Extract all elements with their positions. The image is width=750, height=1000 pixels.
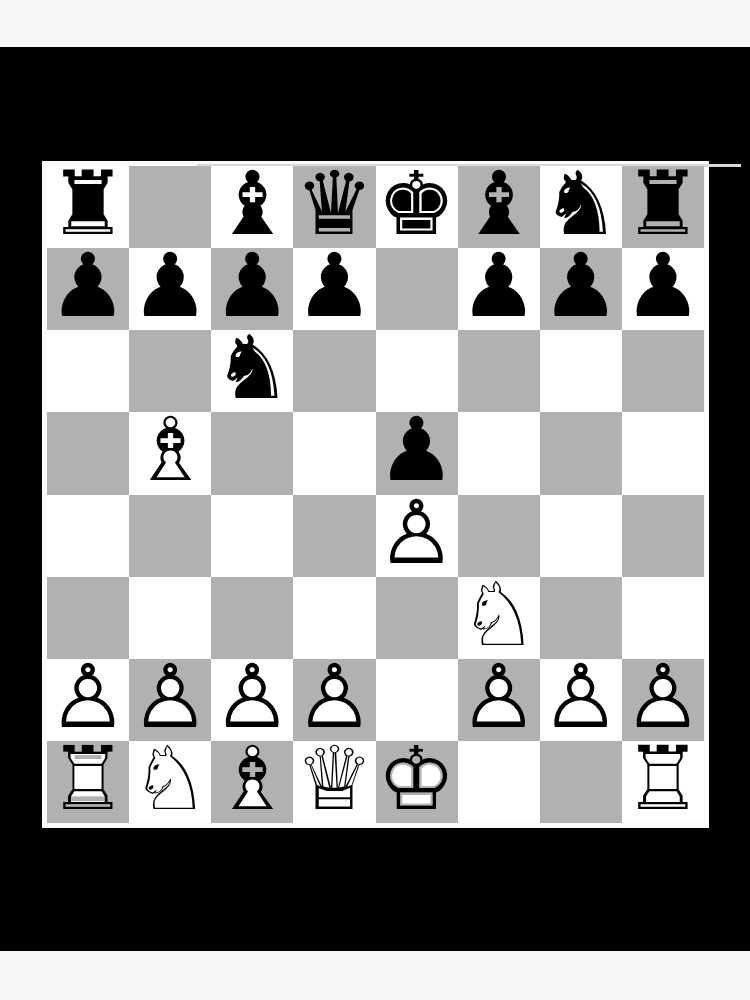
square-d8[interactable]: ♛ <box>293 166 375 248</box>
piece-white-bishop-fill: ♝ <box>211 738 293 820</box>
piece-white-bishop: ♗ <box>129 409 211 491</box>
piece-black-rook: ♜ <box>47 163 129 245</box>
square-c8[interactable]: ♝ <box>211 166 293 248</box>
square-h6[interactable] <box>622 330 704 412</box>
square-f6[interactable] <box>458 330 540 412</box>
square-d3[interactable] <box>293 577 375 659</box>
square-c4[interactable] <box>211 495 293 577</box>
piece-white-queen: ♕ <box>293 738 375 820</box>
square-h8[interactable]: ♜ <box>622 166 704 248</box>
square-h3[interactable] <box>622 577 704 659</box>
piece-white-rook-fill: ♜ <box>622 738 704 820</box>
piece-white-pawn-fill: ♟ <box>293 656 375 738</box>
piece-black-bishop: ♝ <box>211 163 293 245</box>
square-g4[interactable] <box>540 495 622 577</box>
piece-white-pawn: ♙ <box>47 656 129 738</box>
piece-black-pawn: ♟ <box>376 409 458 491</box>
square-e3[interactable] <box>376 577 458 659</box>
square-a7[interactable]: ♟ <box>47 248 129 330</box>
piece-black-pawn: ♟ <box>540 245 622 327</box>
chess-board: ♜♝♛♚♝♞♜♟♟♟♟♟♟♟♞♝♗♟♟♙♞♘♟♙♟♙♟♙♟♙♟♙♟♙♟♙♜♖♞♘… <box>47 166 704 823</box>
piece-white-pawn-fill: ♟ <box>129 656 211 738</box>
square-f2[interactable]: ♟♙ <box>458 659 540 741</box>
piece-white-pawn: ♙ <box>458 656 540 738</box>
piece-black-king: ♚ <box>376 163 458 245</box>
square-b2[interactable]: ♟♙ <box>129 659 211 741</box>
square-h2[interactable]: ♟♙ <box>622 659 704 741</box>
square-d5[interactable] <box>293 412 375 494</box>
piece-white-king: ♔ <box>376 738 458 820</box>
piece-white-pawn: ♙ <box>293 656 375 738</box>
square-a2[interactable]: ♟♙ <box>47 659 129 741</box>
square-a6[interactable] <box>47 330 129 412</box>
piece-white-knight-fill: ♞ <box>129 738 211 820</box>
square-b4[interactable] <box>129 495 211 577</box>
piece-white-bishop-fill: ♝ <box>129 409 211 491</box>
piece-black-pawn: ♟ <box>622 245 704 327</box>
square-e2[interactable] <box>376 659 458 741</box>
square-c6[interactable]: ♞ <box>211 330 293 412</box>
page-top-margin <box>0 0 750 47</box>
piece-black-queen: ♛ <box>293 163 375 245</box>
piece-white-pawn-fill: ♟ <box>211 656 293 738</box>
square-d6[interactable] <box>293 330 375 412</box>
square-f3[interactable]: ♞♘ <box>458 577 540 659</box>
square-h5[interactable] <box>622 412 704 494</box>
square-f8[interactable]: ♝ <box>458 166 540 248</box>
piece-white-pawn: ♙ <box>129 656 211 738</box>
square-c1[interactable]: ♝♗ <box>211 741 293 823</box>
square-g1[interactable] <box>540 741 622 823</box>
square-e4[interactable]: ♟♙ <box>376 495 458 577</box>
poster-canvas: ♜♝♛♚♝♞♜♟♟♟♟♟♟♟♞♝♗♟♟♙♞♘♟♙♟♙♟♙♟♙♟♙♟♙♟♙♜♖♞♘… <box>0 0 750 1000</box>
piece-black-pawn: ♟ <box>458 245 540 327</box>
square-c7[interactable]: ♟ <box>211 248 293 330</box>
square-c2[interactable]: ♟♙ <box>211 659 293 741</box>
square-c3[interactable] <box>211 577 293 659</box>
square-g2[interactable]: ♟♙ <box>540 659 622 741</box>
square-g6[interactable] <box>540 330 622 412</box>
square-b3[interactable] <box>129 577 211 659</box>
piece-white-rook-fill: ♜ <box>47 738 129 820</box>
piece-white-queen-fill: ♛ <box>293 738 375 820</box>
piece-white-bishop: ♗ <box>211 738 293 820</box>
piece-white-knight: ♘ <box>129 738 211 820</box>
square-h4[interactable] <box>622 495 704 577</box>
piece-white-pawn-fill: ♟ <box>376 492 458 574</box>
chess-board-frame: ♜♝♛♚♝♞♜♟♟♟♟♟♟♟♞♝♗♟♟♙♞♘♟♙♟♙♟♙♟♙♟♙♟♙♟♙♜♖♞♘… <box>42 161 709 828</box>
piece-black-knight: ♞ <box>211 327 293 409</box>
square-d2[interactable]: ♟♙ <box>293 659 375 741</box>
square-a5[interactable] <box>47 412 129 494</box>
piece-white-pawn-fill: ♟ <box>540 656 622 738</box>
piece-white-knight-fill: ♞ <box>458 574 540 656</box>
piece-black-bishop: ♝ <box>458 163 540 245</box>
square-a3[interactable] <box>47 577 129 659</box>
piece-white-pawn-fill: ♟ <box>458 656 540 738</box>
square-a4[interactable] <box>47 495 129 577</box>
square-g5[interactable] <box>540 412 622 494</box>
square-g7[interactable]: ♟ <box>540 248 622 330</box>
square-e6[interactable] <box>376 330 458 412</box>
piece-white-rook: ♖ <box>622 738 704 820</box>
square-h7[interactable]: ♟ <box>622 248 704 330</box>
piece-black-knight: ♞ <box>540 163 622 245</box>
piece-black-pawn: ♟ <box>211 245 293 327</box>
square-b5[interactable]: ♝♗ <box>129 412 211 494</box>
piece-white-rook: ♖ <box>47 738 129 820</box>
piece-black-pawn: ♟ <box>293 245 375 327</box>
square-f7[interactable]: ♟ <box>458 248 540 330</box>
piece-black-rook: ♜ <box>622 163 704 245</box>
piece-white-pawn: ♙ <box>540 656 622 738</box>
piece-white-pawn: ♙ <box>622 656 704 738</box>
square-b7[interactable]: ♟ <box>129 248 211 330</box>
square-b6[interactable] <box>129 330 211 412</box>
square-f4[interactable] <box>458 495 540 577</box>
square-e5[interactable]: ♟ <box>376 412 458 494</box>
square-f5[interactable] <box>458 412 540 494</box>
piece-white-king-fill: ♚ <box>376 738 458 820</box>
piece-white-knight: ♘ <box>458 574 540 656</box>
square-h1[interactable]: ♜♖ <box>622 741 704 823</box>
square-g3[interactable] <box>540 577 622 659</box>
piece-black-pawn: ♟ <box>129 245 211 327</box>
square-d4[interactable] <box>293 495 375 577</box>
piece-white-pawn: ♙ <box>211 656 293 738</box>
square-g8[interactable]: ♞ <box>540 166 622 248</box>
piece-white-pawn: ♙ <box>376 492 458 574</box>
square-e1[interactable]: ♚♔ <box>376 741 458 823</box>
square-e8[interactable]: ♚ <box>376 166 458 248</box>
page-bottom-margin <box>0 951 750 1000</box>
square-b8[interactable] <box>129 166 211 248</box>
square-b1[interactable]: ♞♘ <box>129 741 211 823</box>
piece-black-pawn: ♟ <box>47 245 129 327</box>
square-f1[interactable] <box>458 741 540 823</box>
square-e7[interactable] <box>376 248 458 330</box>
square-a1[interactable]: ♜♖ <box>47 741 129 823</box>
square-a8[interactable]: ♜ <box>47 166 129 248</box>
square-d7[interactable]: ♟ <box>293 248 375 330</box>
piece-white-pawn-fill: ♟ <box>47 656 129 738</box>
piece-white-pawn-fill: ♟ <box>622 656 704 738</box>
square-c5[interactable] <box>211 412 293 494</box>
square-d1[interactable]: ♛♕ <box>293 741 375 823</box>
